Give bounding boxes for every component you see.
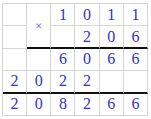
cell-r2c1	[3, 26, 27, 48]
cell-r5c3-product-digit: 8	[51, 94, 75, 116]
cell-r2c6-multiplier-digit: 6	[124, 26, 148, 48]
cell-r3c1	[3, 49, 27, 71]
cell-r2c4-multiplier-digit: 2	[75, 26, 99, 48]
cell-r4c4-partial2-digit: 2	[75, 71, 99, 93]
multiply-operator-icon: ×	[27, 4, 51, 49]
cell-r4c2-partial2-digit: 0	[27, 71, 51, 93]
cell-r4c1-partial2-digit: 2	[3, 71, 27, 93]
cell-r4c6	[124, 71, 148, 93]
cell-r4c5	[100, 71, 124, 93]
cell-r1c3-multiplicand-digit: 1	[51, 4, 75, 26]
cell-r3c4-partial1-digit: 0	[75, 49, 99, 71]
multiplication-grid: × 1 0 1 1 2 0 6 6 0 6 6 2 0 2 2 2 0 8 2 …	[2, 3, 148, 116]
cell-r5c1-product-digit: 2	[3, 94, 27, 116]
cell-r5c2-product-digit: 0	[27, 94, 51, 116]
cell-r2c3	[51, 26, 75, 48]
cell-r4c3-partial2-digit: 2	[51, 71, 75, 93]
cell-r2c5-multiplier-digit: 0	[100, 26, 124, 48]
cell-r3c3-partial1-digit: 6	[51, 49, 75, 71]
cell-r1c4-multiplicand-digit: 0	[75, 4, 99, 26]
cell-r3c2	[27, 49, 51, 71]
cell-r1c5-multiplicand-digit: 1	[100, 4, 124, 26]
cell-r3c5-partial1-digit: 6	[100, 49, 124, 71]
cell-r1c1	[3, 4, 27, 26]
cell-r3c6-partial1-digit: 6	[124, 49, 148, 71]
cell-r5c5-product-digit: 6	[100, 94, 124, 116]
cell-r1c6-multiplicand-digit: 1	[124, 4, 148, 26]
cell-r5c4-product-digit: 2	[75, 94, 99, 116]
cell-r5c6-product-digit: 6	[124, 94, 148, 116]
